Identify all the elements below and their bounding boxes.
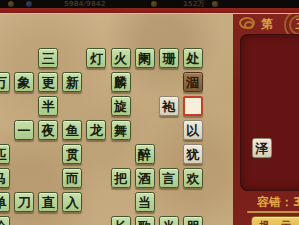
board-tile[interactable]: 以	[183, 120, 203, 140]
board-tile[interactable]: 旋	[111, 96, 131, 116]
gem-icon	[26, 1, 32, 7]
board-tile[interactable]: 哭	[183, 216, 203, 225]
plus-icon[interactable]	[212, 1, 218, 7]
board-tile[interactable]: 直	[38, 192, 58, 212]
board-tile[interactable]: 象	[14, 72, 34, 92]
board-tile[interactable]: 匹	[0, 144, 10, 164]
board-tile[interactable]: 夜	[38, 120, 58, 140]
level-label: 第 三	[261, 16, 299, 33]
board-tile[interactable]: 马	[0, 168, 10, 188]
board-tile[interactable]: 阑	[135, 48, 155, 68]
board-tile[interactable]: 当	[159, 216, 179, 225]
board-tile[interactable]: 舞	[111, 120, 131, 140]
hint-button[interactable]: 提 示	[251, 216, 299, 225]
currency-amount-1: 5984/9842	[64, 0, 106, 8]
board-tile[interactable]: 龙	[86, 120, 106, 140]
board-tile[interactable]: 袍	[159, 96, 179, 116]
board-tile[interactable]: 麟	[111, 72, 131, 92]
board-tile[interactable]: 把	[111, 168, 131, 188]
board-tile[interactable]: 万	[0, 72, 10, 92]
board-tile[interactable]: 入	[62, 192, 82, 212]
board-tile[interactable]: 贯	[62, 144, 82, 164]
crossword-board: 三灯火阑珊处万象更新麟涸半旋袍一夜鱼龙舞以匹贯醉犹马而把酒言欢单刀直入当枪长歌当…	[0, 14, 233, 225]
side-panel: 第 三 泽 容错：3 提 示	[233, 14, 299, 225]
board-tile[interactable]: 长	[111, 216, 131, 225]
coin-icon	[151, 1, 157, 7]
board-tile[interactable]: 新	[62, 72, 82, 92]
board-tile[interactable]: 刀	[14, 192, 34, 212]
board-tile[interactable]: 一	[14, 120, 34, 140]
selected-empty-cell[interactable]	[183, 96, 203, 116]
error-tolerance-label: 容错：3	[257, 194, 299, 211]
board-tile[interactable]: 而	[62, 168, 82, 188]
board-tile[interactable]: 涸	[183, 72, 203, 92]
top-status-bar: 5984/9842 152万	[0, 0, 299, 8]
board-tile[interactable]: 言	[159, 168, 179, 188]
board-tile[interactable]: 犹	[183, 144, 203, 164]
board-tile[interactable]: 处	[183, 48, 203, 68]
board-tile[interactable]: 鱼	[62, 120, 82, 140]
candidate-tile[interactable]: 泽	[252, 138, 272, 158]
scroll-ornament-icon	[239, 17, 255, 29]
board-tile[interactable]: 珊	[159, 48, 179, 68]
board-tile[interactable]: 半	[38, 96, 58, 116]
board-tile[interactable]: 更	[38, 72, 58, 92]
board-tile[interactable]: 歌	[135, 216, 155, 225]
panel-divider	[247, 211, 299, 213]
board-tile[interactable]: 灯	[86, 48, 106, 68]
board-tile[interactable]: 单	[0, 192, 10, 212]
board-tile[interactable]: 醉	[135, 144, 155, 164]
candidate-tray	[240, 34, 299, 191]
board-tile[interactable]: 欢	[183, 168, 203, 188]
coin-icon	[8, 1, 14, 7]
board-tile[interactable]: 火	[111, 48, 131, 68]
game-screen: 5984/9842 152万 三灯火阑珊处万象更新麟涸半旋袍一夜鱼龙舞以匹贯醉犹…	[0, 0, 299, 225]
currency-amount-2: 152万	[183, 0, 205, 8]
board-tile[interactable]: 枪	[0, 216, 10, 225]
board-tile[interactable]: 三	[38, 48, 58, 68]
board-tile[interactable]: 酒	[135, 168, 155, 188]
board-tile[interactable]: 当	[135, 192, 155, 212]
